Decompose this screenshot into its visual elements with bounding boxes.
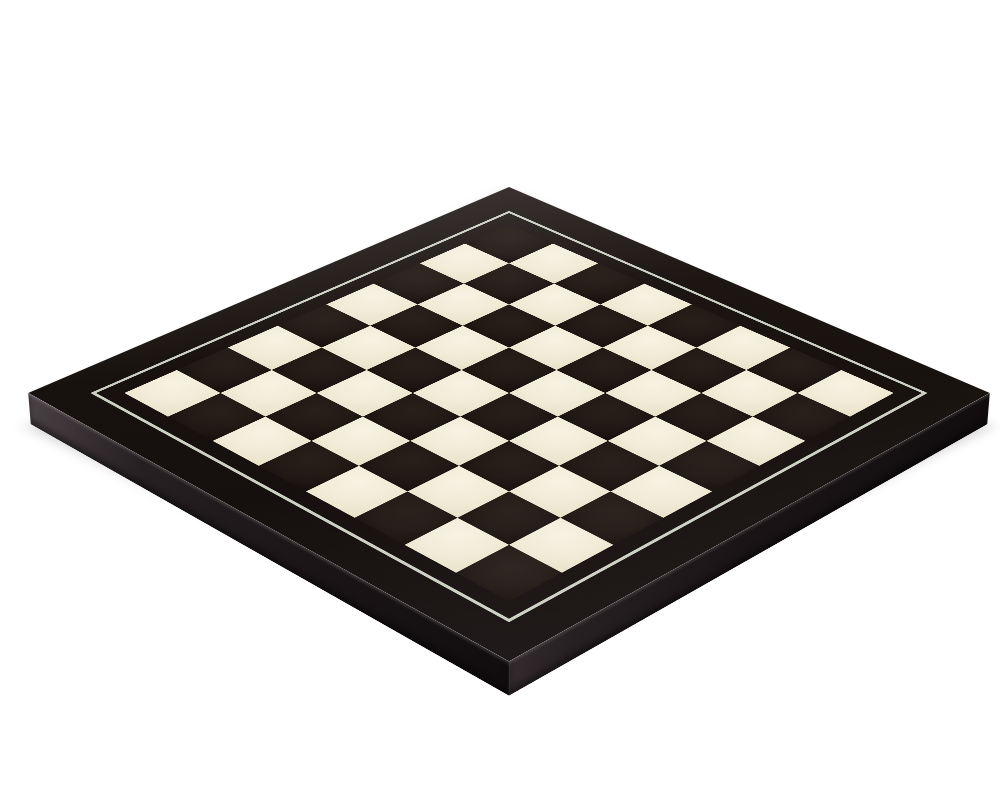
board-square [558,393,655,441]
board-square [410,417,509,466]
board-square [560,491,663,544]
board-square [213,417,312,466]
board-square [259,441,359,492]
board-square [168,393,265,441]
board-square [456,545,562,602]
board-square [509,466,611,518]
board-square [265,393,362,441]
board-square [459,441,559,492]
product-photo [0,0,1000,800]
board-square [359,441,459,492]
board-top-face [28,187,990,661]
board-square [363,393,460,441]
board-square [509,518,613,573]
board-square [753,393,850,441]
board-square [458,491,561,544]
board-square [405,518,509,573]
board-square [655,393,752,441]
board-square [306,466,408,518]
board-square [659,441,759,492]
board-square [460,393,557,441]
scene [0,0,1000,800]
board-square [311,417,410,466]
board-square [608,417,707,466]
board-square [407,466,509,518]
board-square [509,417,608,466]
board-square [559,441,659,492]
board-square [707,417,806,466]
chess-board [28,187,990,661]
board-square [611,466,713,518]
board-square [355,491,458,544]
playing-field [124,224,893,601]
